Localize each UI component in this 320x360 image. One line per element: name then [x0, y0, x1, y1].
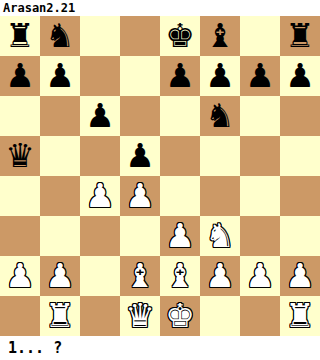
- square-e3[interactable]: ♟: [160, 216, 200, 256]
- square-g1[interactable]: [240, 296, 280, 336]
- square-d3[interactable]: [120, 216, 160, 256]
- piece-black-pawn: ♟: [165, 56, 195, 96]
- square-a2[interactable]: ♟: [0, 256, 40, 296]
- square-h2[interactable]: ♟: [280, 256, 320, 296]
- square-e2[interactable]: ♝: [160, 256, 200, 296]
- square-e7[interactable]: ♟: [160, 56, 200, 96]
- square-g6[interactable]: [240, 96, 280, 136]
- square-d7[interactable]: [120, 56, 160, 96]
- square-a1[interactable]: [0, 296, 40, 336]
- piece-black-rook: ♜: [285, 16, 315, 56]
- chess-board: ♜♞♚♝♜♟♟♟♟♟♟♟♞♛♟♟♟♟♞♟♟♝♝♟♟♟♜♛♚♜: [0, 16, 320, 336]
- piece-white-knight: ♞: [205, 216, 235, 256]
- piece-black-pawn: ♟: [285, 56, 315, 96]
- piece-black-rook: ♜: [5, 16, 35, 56]
- square-c1[interactable]: [80, 296, 120, 336]
- square-g4[interactable]: [240, 176, 280, 216]
- piece-white-pawn: ♟: [45, 256, 75, 296]
- square-b6[interactable]: [40, 96, 80, 136]
- square-b1[interactable]: ♜: [40, 296, 80, 336]
- square-a5[interactable]: ♛: [0, 136, 40, 176]
- square-h8[interactable]: ♜: [280, 16, 320, 56]
- piece-white-pawn: ♟: [205, 256, 235, 296]
- square-c3[interactable]: [80, 216, 120, 256]
- piece-white-bishop: ♝: [125, 256, 155, 296]
- piece-black-queen: ♛: [5, 136, 35, 176]
- square-c2[interactable]: [80, 256, 120, 296]
- square-a3[interactable]: [0, 216, 40, 256]
- square-c4[interactable]: ♟: [80, 176, 120, 216]
- square-h1[interactable]: ♜: [280, 296, 320, 336]
- square-f7[interactable]: ♟: [200, 56, 240, 96]
- square-b5[interactable]: [40, 136, 80, 176]
- square-a7[interactable]: ♟: [0, 56, 40, 96]
- square-b4[interactable]: [40, 176, 80, 216]
- square-f3[interactable]: ♞: [200, 216, 240, 256]
- square-d5[interactable]: ♟: [120, 136, 160, 176]
- arasan-window: Arasan2.21 ♜♞♚♝♜♟♟♟♟♟♟♟♞♛♟♟♟♟♞♟♟♝♝♟♟♟♜♛♚…: [0, 0, 320, 360]
- square-e8[interactable]: ♚: [160, 16, 200, 56]
- square-g5[interactable]: [240, 136, 280, 176]
- square-b7[interactable]: ♟: [40, 56, 80, 96]
- square-f8[interactable]: ♝: [200, 16, 240, 56]
- piece-white-rook: ♜: [45, 296, 75, 336]
- square-c6[interactable]: ♟: [80, 96, 120, 136]
- piece-black-pawn: ♟: [45, 56, 75, 96]
- square-h7[interactable]: ♟: [280, 56, 320, 96]
- square-d1[interactable]: ♛: [120, 296, 160, 336]
- piece-white-rook: ♜: [285, 296, 315, 336]
- square-g8[interactable]: [240, 16, 280, 56]
- piece-black-pawn: ♟: [125, 136, 155, 176]
- piece-black-pawn: ♟: [245, 56, 275, 96]
- square-d2[interactable]: ♝: [120, 256, 160, 296]
- square-f5[interactable]: [200, 136, 240, 176]
- piece-white-pawn: ♟: [125, 176, 155, 216]
- piece-black-king: ♚: [165, 16, 195, 56]
- piece-white-pawn: ♟: [85, 176, 115, 216]
- square-c8[interactable]: [80, 16, 120, 56]
- square-a4[interactable]: [0, 176, 40, 216]
- square-g2[interactable]: ♟: [240, 256, 280, 296]
- piece-white-queen: ♛: [125, 296, 155, 336]
- square-a6[interactable]: [0, 96, 40, 136]
- square-d4[interactable]: ♟: [120, 176, 160, 216]
- square-b3[interactable]: [40, 216, 80, 256]
- square-e5[interactable]: [160, 136, 200, 176]
- square-f4[interactable]: [200, 176, 240, 216]
- piece-white-pawn: ♟: [5, 256, 35, 296]
- piece-black-knight: ♞: [205, 96, 235, 136]
- window-title: Arasan2.21: [0, 0, 320, 16]
- square-h3[interactable]: [280, 216, 320, 256]
- square-f2[interactable]: ♟: [200, 256, 240, 296]
- square-e6[interactable]: [160, 96, 200, 136]
- square-c5[interactable]: [80, 136, 120, 176]
- square-e1[interactable]: ♚: [160, 296, 200, 336]
- piece-white-pawn: ♟: [285, 256, 315, 296]
- square-h6[interactable]: [280, 96, 320, 136]
- square-b2[interactable]: ♟: [40, 256, 80, 296]
- square-h5[interactable]: [280, 136, 320, 176]
- square-a8[interactable]: ♜: [0, 16, 40, 56]
- piece-black-pawn: ♟: [85, 96, 115, 136]
- square-c7[interactable]: [80, 56, 120, 96]
- square-g7[interactable]: ♟: [240, 56, 280, 96]
- square-f1[interactable]: [200, 296, 240, 336]
- square-f6[interactable]: ♞: [200, 96, 240, 136]
- piece-black-bishop: ♝: [205, 16, 235, 56]
- piece-white-bishop: ♝: [165, 256, 195, 296]
- piece-black-pawn: ♟: [5, 56, 35, 96]
- square-b8[interactable]: ♞: [40, 16, 80, 56]
- piece-white-pawn: ♟: [245, 256, 275, 296]
- move-prompt: 1... ?: [0, 336, 320, 360]
- piece-black-knight: ♞: [45, 16, 75, 56]
- piece-black-pawn: ♟: [205, 56, 235, 96]
- piece-white-king: ♚: [165, 296, 195, 336]
- square-d6[interactable]: [120, 96, 160, 136]
- square-h4[interactable]: [280, 176, 320, 216]
- square-d8[interactable]: [120, 16, 160, 56]
- piece-white-pawn: ♟: [165, 216, 195, 256]
- square-e4[interactable]: [160, 176, 200, 216]
- square-g3[interactable]: [240, 216, 280, 256]
